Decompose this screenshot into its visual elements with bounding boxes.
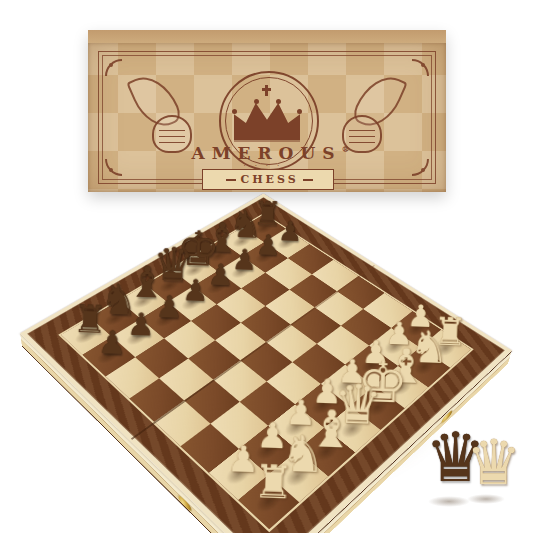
piece-light-rook: ♜ [220,457,327,506]
brand-text: AMEROUS® [88,143,446,163]
box-lid [88,30,446,44]
piece-dark-pawn: ♟ [67,325,158,360]
square-a7: ♟ [83,337,135,377]
registered-mark: ® [342,144,350,154]
square-a1: ♜ [238,475,299,529]
crown-band-icon [234,133,300,140]
extra-piece-light-queen: ♛ [466,432,522,494]
brand-name: AMEROUS [191,143,341,163]
scene: AMEROUS® ····· CHESS ♜♞♝♛♚♝♞♜♟♟♟♟♟♟♟♟♟♟♟… [0,0,533,533]
chess-grid: ♜♞♝♛♚♝♞♜♟♟♟♟♟♟♟♟♟♟♟♟♟♟♟♟♜♞♝♛♚♝♞♜ [58,213,474,532]
chess-board: ♜♞♝♛♚♝♞♜♟♟♟♟♟♟♟♟♟♟♟♟♟♟♟♟♜♞♝♛♚♝♞♜ [86,162,446,522]
extra-piece-shadow [428,496,470,507]
crown-cross-icon [265,85,268,96]
